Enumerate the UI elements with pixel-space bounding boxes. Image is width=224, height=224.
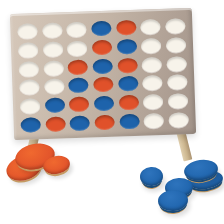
cell-r3-c4[interactable] bbox=[90, 56, 115, 76]
orange-disc bbox=[68, 59, 89, 75]
blue-disc bbox=[70, 116, 91, 132]
empty-hole bbox=[43, 41, 64, 57]
cell-r2-c1[interactable] bbox=[16, 40, 41, 60]
cell-r6-c5[interactable] bbox=[117, 112, 142, 132]
empty-hole bbox=[42, 22, 63, 38]
empty-hole bbox=[43, 60, 64, 76]
orange-disc bbox=[118, 95, 139, 111]
empty-hole bbox=[166, 56, 187, 72]
cell-r5-c5[interactable] bbox=[116, 93, 141, 113]
cell-r1-c1[interactable] bbox=[15, 21, 40, 41]
cell-r2-c2[interactable] bbox=[40, 39, 65, 59]
cell-r4-c6[interactable] bbox=[140, 73, 165, 93]
orange-disc bbox=[69, 97, 90, 113]
empty-hole bbox=[165, 18, 186, 34]
blue-disc bbox=[45, 98, 66, 114]
cell-r3-c2[interactable] bbox=[41, 58, 66, 78]
empty-hole bbox=[167, 74, 188, 90]
cell-r2-c7[interactable] bbox=[163, 35, 188, 55]
board-grid bbox=[10, 8, 196, 140]
blue-disc bbox=[91, 21, 112, 37]
empty-hole bbox=[168, 112, 189, 128]
cell-r5-c7[interactable] bbox=[165, 91, 190, 111]
cell-r6-c1[interactable] bbox=[18, 115, 43, 135]
blue-disc bbox=[69, 78, 90, 94]
cell-r3-c3[interactable] bbox=[66, 57, 91, 77]
cell-r5-c6[interactable] bbox=[141, 92, 166, 112]
orange-disc bbox=[116, 20, 137, 36]
cell-r3-c1[interactable] bbox=[16, 59, 41, 79]
cell-r4-c2[interactable] bbox=[42, 77, 67, 97]
cell-r6-c3[interactable] bbox=[68, 114, 93, 134]
empty-hole bbox=[142, 57, 163, 73]
cell-r2-c5[interactable] bbox=[114, 37, 139, 57]
connect-four-board bbox=[10, 8, 196, 140]
blue-disc bbox=[21, 117, 42, 133]
cell-r3-c6[interactable] bbox=[139, 55, 164, 75]
empty-hole bbox=[144, 113, 165, 129]
cell-r1-c7[interactable] bbox=[162, 16, 187, 36]
cell-r5-c3[interactable] bbox=[67, 95, 92, 115]
empty-hole bbox=[17, 23, 38, 39]
empty-hole bbox=[19, 80, 40, 96]
empty-hole bbox=[142, 75, 163, 91]
cell-r6-c2[interactable] bbox=[43, 114, 68, 134]
cell-r5-c2[interactable] bbox=[42, 96, 67, 116]
cell-r3-c7[interactable] bbox=[164, 54, 189, 74]
cell-r4-c5[interactable] bbox=[115, 74, 140, 94]
orange-disc bbox=[117, 57, 138, 73]
orange-disc bbox=[93, 77, 114, 93]
cell-r4-c7[interactable] bbox=[164, 72, 189, 92]
empty-hole bbox=[143, 94, 164, 110]
cell-r4-c4[interactable] bbox=[91, 75, 116, 95]
blue-disc bbox=[116, 39, 137, 55]
cell-r1-c6[interactable] bbox=[138, 17, 163, 37]
cell-r5-c1[interactable] bbox=[18, 96, 43, 116]
blue-disc bbox=[94, 96, 115, 112]
cell-r6-c6[interactable] bbox=[141, 111, 166, 131]
cell-r2-c3[interactable] bbox=[65, 38, 90, 58]
empty-hole bbox=[67, 21, 88, 37]
cell-r4-c1[interactable] bbox=[17, 78, 42, 98]
loose-blue-1[interactable] bbox=[139, 166, 163, 187]
cell-r1-c2[interactable] bbox=[40, 20, 65, 40]
cell-r1-c3[interactable] bbox=[64, 19, 89, 39]
cell-r2-c6[interactable] bbox=[139, 36, 164, 56]
empty-hole bbox=[44, 79, 65, 95]
blue-disc bbox=[92, 58, 113, 74]
empty-hole bbox=[141, 38, 162, 54]
cell-r6-c7[interactable] bbox=[166, 110, 191, 130]
empty-hole bbox=[67, 40, 88, 56]
empty-hole bbox=[140, 19, 161, 35]
blue-disc bbox=[119, 114, 140, 130]
empty-hole bbox=[18, 42, 39, 58]
cell-r3-c5[interactable] bbox=[115, 55, 140, 75]
cell-r2-c4[interactable] bbox=[89, 37, 114, 57]
empty-hole bbox=[19, 61, 40, 77]
empty-hole bbox=[165, 37, 186, 53]
cell-r1-c5[interactable] bbox=[113, 18, 138, 38]
empty-hole bbox=[167, 93, 188, 109]
cell-r1-c4[interactable] bbox=[89, 19, 114, 39]
empty-hole bbox=[20, 98, 41, 114]
orange-disc bbox=[45, 116, 66, 132]
loose-blue-5[interactable] bbox=[157, 189, 188, 212]
orange-disc bbox=[92, 39, 113, 55]
connect-four-scene bbox=[0, 0, 224, 224]
cell-r4-c3[interactable] bbox=[66, 76, 91, 96]
cell-r6-c4[interactable] bbox=[92, 113, 117, 133]
cell-r5-c4[interactable] bbox=[91, 94, 116, 114]
blue-disc bbox=[118, 76, 139, 92]
orange-disc bbox=[94, 115, 115, 131]
